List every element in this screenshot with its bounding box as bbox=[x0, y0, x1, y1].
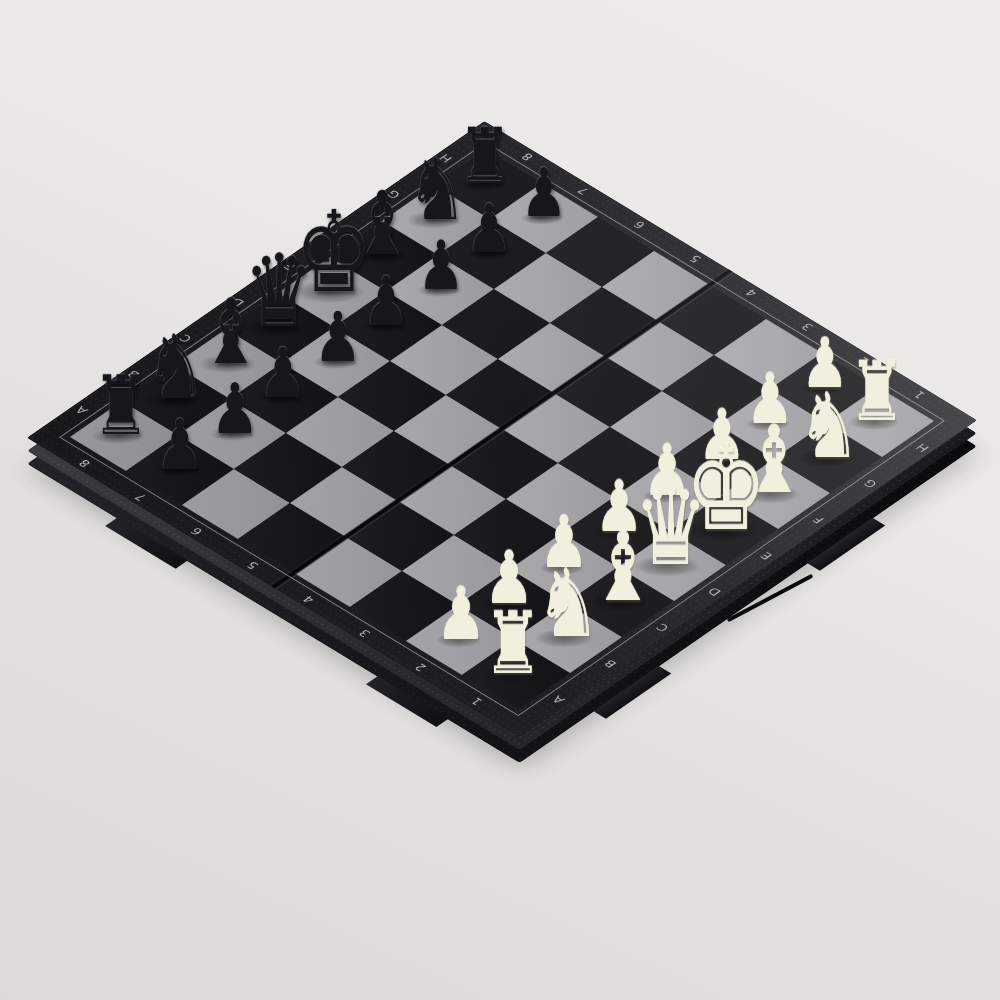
file-label-far: F bbox=[333, 225, 350, 236]
rank-label-right: 1 bbox=[911, 389, 929, 401]
file-label-near: D bbox=[705, 585, 724, 598]
file-label-far: D bbox=[228, 296, 247, 309]
file-label-far: G bbox=[384, 188, 403, 201]
chess-board: AABBCCDDEEFFGGHH8877665544332211 bbox=[27, 121, 977, 737]
file-label-near: H bbox=[913, 441, 932, 453]
file-label-near: E bbox=[758, 550, 776, 562]
rank-label-right: 7 bbox=[575, 185, 593, 197]
rank-label-left: 7 bbox=[132, 491, 150, 503]
rank-label-left: 5 bbox=[244, 559, 262, 571]
rank-label-left: 2 bbox=[412, 661, 430, 673]
rank-label-right: 2 bbox=[855, 355, 873, 367]
file-label-far: C bbox=[176, 332, 194, 344]
rank-label-left: 8 bbox=[76, 457, 94, 469]
rank-label-right: 3 bbox=[799, 321, 817, 333]
rank-label-left: 3 bbox=[356, 627, 374, 639]
rank-label-right: 4 bbox=[743, 287, 761, 299]
rank-label-right: 8 bbox=[519, 151, 537, 163]
file-label-far: B bbox=[124, 368, 142, 380]
file-label-far: H bbox=[436, 152, 455, 164]
rank-label-right: 5 bbox=[687, 253, 705, 265]
file-label-near: B bbox=[601, 658, 619, 670]
file-label-near: G bbox=[861, 477, 880, 490]
file-label-far: A bbox=[72, 404, 90, 416]
rank-label-left: 1 bbox=[468, 695, 486, 707]
file-label-near: F bbox=[810, 514, 827, 525]
rank-label-right: 6 bbox=[631, 219, 649, 231]
rank-label-left: 4 bbox=[300, 593, 318, 605]
chess-set-photo-scene: AABBCCDDEEFFGGHH8877665544332211 ♜♞♝♛♚♝♞… bbox=[0, 0, 1000, 1000]
file-label-near: A bbox=[549, 694, 567, 706]
file-label-near: C bbox=[653, 622, 671, 634]
file-label-far: E bbox=[281, 260, 299, 272]
rank-label-left: 6 bbox=[188, 525, 206, 537]
